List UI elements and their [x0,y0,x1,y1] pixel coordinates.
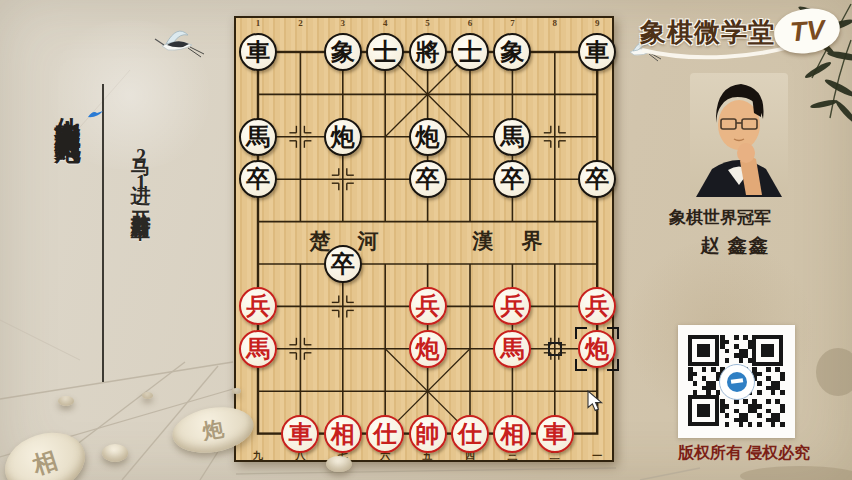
piece-black-卒[interactable]: 卒 [324,245,362,283]
piece-red-仕[interactable]: 仕 [366,415,404,453]
piece-black-士[interactable]: 士 [366,33,404,71]
piece-grid: 車象士將士象車馬炮炮馬卒卒卒卒卒兵兵兵兵馬炮馬炮車相仕帥仕相車 [237,31,619,455]
file-label-top: 2 [294,18,306,28]
piece-red-馬[interactable]: 馬 [493,330,531,368]
tv-logo-text: TV [789,14,826,47]
presenter-photo [690,73,788,197]
piece-black-將[interactable]: 將 [409,33,447,71]
piece-black-卒[interactable]: 卒 [578,160,616,198]
piece-red-帥[interactable]: 帥 [409,415,447,453]
file-label-top: 1 [252,18,264,28]
piece-black-士[interactable]: 士 [451,33,489,71]
piece-red-兵[interactable]: 兵 [578,287,616,325]
piece-black-卒[interactable]: 卒 [409,160,447,198]
piece-red-車[interactable]: 車 [281,415,319,453]
qr-center-logo [719,364,755,400]
champion-title: 象棋世界冠军 [640,206,800,229]
piece-red-炮[interactable]: 炮 [409,330,447,368]
champion-name: 赵 鑫鑫 [650,233,820,259]
crane-icon [152,20,206,60]
last-move-from-marker [548,342,562,356]
title-divider [102,84,104,382]
floor-piece-decor [102,444,128,462]
piece-red-兵[interactable]: 兵 [239,287,277,325]
piece-red-兵[interactable]: 兵 [409,287,447,325]
piece-black-炮[interactable]: 炮 [324,118,362,156]
last-move-to-marker [575,327,619,371]
piece-black-卒[interactable]: 卒 [239,160,277,198]
copyright-notice: 版权所有 侵权必究 [656,443,832,464]
piece-black-馬[interactable]: 馬 [239,118,277,156]
file-label-top: 6 [464,18,476,28]
piece-black-象[interactable]: 象 [493,33,531,71]
piece-red-相[interactable]: 相 [493,415,531,453]
floor-pebble [142,392,153,399]
piece-black-車[interactable]: 車 [239,33,277,71]
blue-bird-icon [88,110,104,120]
piece-black-象[interactable]: 象 [324,33,362,71]
lesson-title: 仙人指路对卒底炮转列炮 [50,97,85,407]
file-label-top: 9 [591,18,603,28]
file-label-top: 3 [337,18,349,28]
piece-red-仕[interactable]: 仕 [451,415,489,453]
file-label-top: 7 [506,18,518,28]
lesson-subtitle: 马2进1开辟新篇章 [128,143,155,338]
piece-red-相[interactable]: 相 [324,415,362,453]
mouse-cursor [587,390,605,414]
floor-pebble [58,396,74,406]
piece-red-馬[interactable]: 馬 [239,330,277,368]
xiangqi-board[interactable]: 123456789 九八七六五四三二一 楚 河 漢 界 車象士將士象車馬炮炮馬卒… [234,16,614,462]
piece-black-卒[interactable]: 卒 [493,160,531,198]
file-label-top: 8 [549,18,561,28]
piece-black-馬[interactable]: 馬 [493,118,531,156]
qr-code [678,325,795,438]
file-label-top: 4 [379,18,391,28]
piece-black-車[interactable]: 車 [578,33,616,71]
piece-red-車[interactable]: 車 [536,415,574,453]
file-label-top: 5 [422,18,434,28]
video-frame: 仙人指路对卒底炮转列炮 马2进1开辟新篇章 相炮 123456789 九八七六五… [0,0,852,480]
floor-pebble [232,388,241,394]
piece-black-炮[interactable]: 炮 [409,118,447,156]
channel-logo-text: 象棋微学堂 [640,15,775,50]
floor-pebble [326,456,352,472]
piece-red-兵[interactable]: 兵 [493,287,531,325]
